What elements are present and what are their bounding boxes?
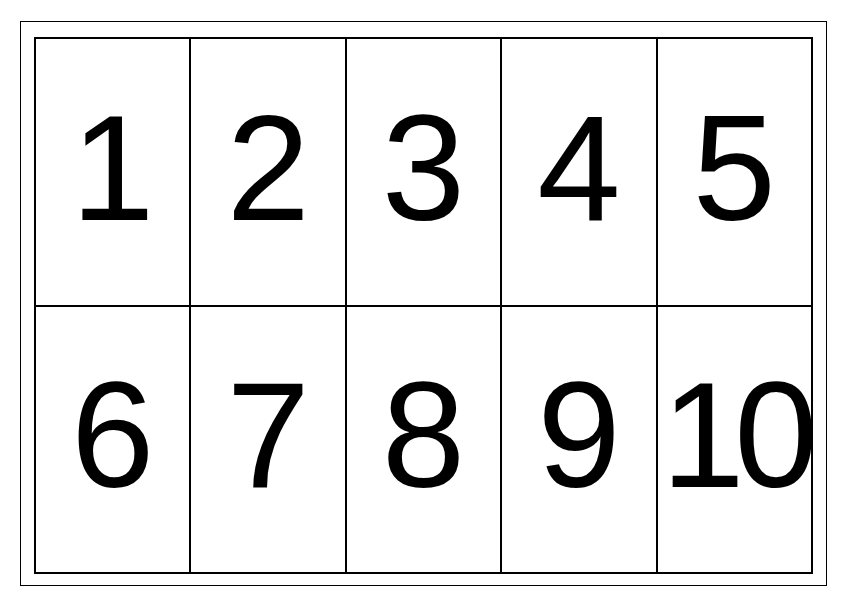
card-number: 1 — [71, 93, 154, 243]
card-5: 5 — [658, 39, 811, 305]
card-3: 3 — [347, 39, 500, 305]
card-9: 9 — [502, 307, 655, 573]
card-8: 8 — [347, 307, 500, 573]
card-10: 10 — [658, 307, 811, 573]
card-number: 8 — [382, 360, 465, 510]
card-7: 7 — [191, 307, 344, 573]
card-1: 1 — [36, 39, 189, 305]
card-number: 9 — [537, 360, 620, 510]
card-number: 5 — [693, 93, 776, 243]
card-number: 10 — [661, 360, 807, 510]
card-number: 6 — [71, 360, 154, 510]
card-number: 2 — [226, 93, 309, 243]
number-card-grid: 1 2 3 4 5 6 7 8 9 10 — [34, 37, 813, 574]
card-number: 7 — [226, 360, 309, 510]
card-number: 3 — [382, 93, 465, 243]
card-4: 4 — [502, 39, 655, 305]
worksheet-page: 1 2 3 4 5 6 7 8 9 10 — [0, 0, 850, 612]
card-6: 6 — [36, 307, 189, 573]
card-number: 4 — [537, 93, 620, 243]
card-2: 2 — [191, 39, 344, 305]
